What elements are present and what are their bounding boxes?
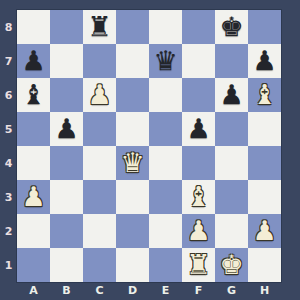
square-h3[interactable]	[248, 180, 281, 214]
piece-white-rook[interactable]: ♜	[186, 251, 210, 278]
square-d2[interactable]	[116, 214, 149, 248]
piece-black-pawn[interactable]: ♟	[252, 47, 276, 74]
square-e5[interactable]	[149, 112, 182, 146]
square-b3[interactable]	[50, 180, 83, 214]
rank-label-7: 7	[0, 44, 17, 78]
square-g7[interactable]	[215, 44, 248, 78]
square-a4[interactable]	[17, 146, 50, 180]
square-g6[interactable]: ♟	[215, 78, 248, 112]
rank-label-8: 8	[0, 10, 17, 44]
square-c1[interactable]	[83, 248, 116, 282]
piece-white-bishop[interactable]: ♝	[252, 81, 276, 108]
piece-white-pawn[interactable]: ♟	[252, 217, 276, 244]
rank-labels: 87654321	[0, 10, 17, 282]
piece-black-pawn[interactable]: ♟	[21, 47, 45, 74]
square-h6[interactable]: ♝	[248, 78, 281, 112]
square-f3[interactable]: ♝	[182, 180, 215, 214]
square-e7[interactable]: ♛	[149, 44, 182, 78]
square-d4[interactable]: ♛	[116, 146, 149, 180]
square-b6[interactable]	[50, 78, 83, 112]
piece-white-bishop[interactable]: ♝	[186, 183, 210, 210]
square-a7[interactable]: ♟	[17, 44, 50, 78]
square-g2[interactable]	[215, 214, 248, 248]
square-h1[interactable]	[248, 248, 281, 282]
square-e8[interactable]	[149, 10, 182, 44]
piece-white-king[interactable]: ♚	[219, 251, 243, 278]
square-e3[interactable]	[149, 180, 182, 214]
square-d3[interactable]	[116, 180, 149, 214]
square-b4[interactable]	[50, 146, 83, 180]
square-a6[interactable]: ♝	[17, 78, 50, 112]
square-g1[interactable]: ♚	[215, 248, 248, 282]
square-c4[interactable]	[83, 146, 116, 180]
square-h7[interactable]: ♟	[248, 44, 281, 78]
chess-board: ♜♚♟♛♟♝♟♟♝♟♟♛♟♝♟♟♜♚	[17, 10, 281, 282]
square-b1[interactable]	[50, 248, 83, 282]
square-c5[interactable]	[83, 112, 116, 146]
file-label-e: E	[149, 281, 182, 300]
rank-label-5: 5	[0, 112, 17, 146]
rank-label-2: 2	[0, 214, 17, 248]
square-f8[interactable]	[182, 10, 215, 44]
square-b8[interactable]	[50, 10, 83, 44]
piece-white-queen[interactable]: ♛	[120, 149, 144, 176]
piece-black-pawn[interactable]: ♟	[186, 115, 210, 142]
square-e2[interactable]	[149, 214, 182, 248]
square-g8[interactable]: ♚	[215, 10, 248, 44]
square-d5[interactable]	[116, 112, 149, 146]
rank-label-3: 3	[0, 180, 17, 214]
square-e4[interactable]	[149, 146, 182, 180]
square-c8[interactable]: ♜	[83, 10, 116, 44]
square-f2[interactable]: ♟	[182, 214, 215, 248]
square-e1[interactable]	[149, 248, 182, 282]
piece-white-pawn[interactable]: ♟	[87, 81, 111, 108]
square-a3[interactable]: ♟	[17, 180, 50, 214]
square-h5[interactable]	[248, 112, 281, 146]
square-f5[interactable]: ♟	[182, 112, 215, 146]
square-c6[interactable]: ♟	[83, 78, 116, 112]
file-label-c: C	[83, 281, 116, 300]
piece-white-pawn[interactable]: ♟	[186, 217, 210, 244]
square-b7[interactable]	[50, 44, 83, 78]
file-label-d: D	[116, 281, 149, 300]
square-a1[interactable]	[17, 248, 50, 282]
square-g4[interactable]	[215, 146, 248, 180]
square-g5[interactable]	[215, 112, 248, 146]
piece-black-bishop[interactable]: ♝	[21, 81, 45, 108]
file-label-f: F	[182, 281, 215, 300]
piece-black-pawn[interactable]: ♟	[54, 115, 78, 142]
square-d7[interactable]	[116, 44, 149, 78]
square-b2[interactable]	[50, 214, 83, 248]
piece-black-pawn[interactable]: ♟	[219, 81, 243, 108]
square-d8[interactable]	[116, 10, 149, 44]
piece-white-pawn[interactable]: ♟	[21, 183, 45, 210]
rank-label-4: 4	[0, 146, 17, 180]
file-labels: ABCDEFGH	[17, 281, 281, 300]
square-f4[interactable]	[182, 146, 215, 180]
chess-board-frame: 87654321 ♜♚♟♛♟♝♟♟♝♟♟♛♟♝♟♟♜♚ ABCDEFGH	[0, 0, 300, 300]
square-c3[interactable]	[83, 180, 116, 214]
square-a8[interactable]	[17, 10, 50, 44]
square-e6[interactable]	[149, 78, 182, 112]
piece-black-queen[interactable]: ♛	[153, 47, 177, 74]
square-c7[interactable]	[83, 44, 116, 78]
rank-label-6: 6	[0, 78, 17, 112]
file-label-b: B	[50, 281, 83, 300]
square-f1[interactable]: ♜	[182, 248, 215, 282]
file-label-h: H	[248, 281, 281, 300]
square-f7[interactable]	[182, 44, 215, 78]
square-b5[interactable]: ♟	[50, 112, 83, 146]
square-g3[interactable]	[215, 180, 248, 214]
piece-black-king[interactable]: ♚	[219, 13, 243, 40]
square-c2[interactable]	[83, 214, 116, 248]
file-label-a: A	[17, 281, 50, 300]
square-d1[interactable]	[116, 248, 149, 282]
square-h2[interactable]: ♟	[248, 214, 281, 248]
square-d6[interactable]	[116, 78, 149, 112]
square-a2[interactable]	[17, 214, 50, 248]
file-label-g: G	[215, 281, 248, 300]
square-f6[interactable]	[182, 78, 215, 112]
rank-label-1: 1	[0, 248, 17, 282]
square-a5[interactable]	[17, 112, 50, 146]
square-h8[interactable]	[248, 10, 281, 44]
square-h4[interactable]	[248, 146, 281, 180]
piece-black-rook[interactable]: ♜	[87, 13, 111, 40]
